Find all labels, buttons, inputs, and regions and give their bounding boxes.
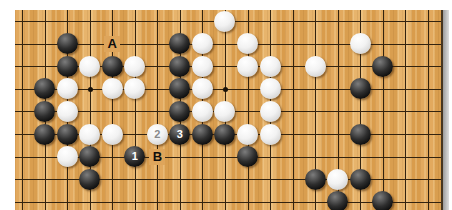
stone-white[interactable] — [350, 33, 371, 54]
stone-black[interactable] — [169, 33, 190, 54]
stone-white[interactable] — [102, 78, 123, 99]
stone-black[interactable] — [57, 56, 78, 77]
stone-black[interactable] — [34, 101, 55, 122]
stone-white[interactable] — [237, 33, 258, 54]
stone-white[interactable] — [79, 124, 100, 145]
star-point-D16 — [88, 87, 93, 92]
stone-white[interactable] — [124, 78, 145, 99]
stone-black[interactable] — [350, 78, 371, 99]
stone-black[interactable] — [327, 191, 348, 210]
stone-white[interactable] — [57, 78, 78, 99]
stone-white-move-2[interactable]: 2 — [147, 124, 168, 145]
stone-white[interactable] — [260, 56, 281, 77]
stone-white[interactable] — [214, 101, 235, 122]
stone-black[interactable] — [102, 56, 123, 77]
stone-white[interactable] — [192, 33, 213, 54]
stone-white[interactable] — [237, 56, 258, 77]
stone-black-move-3[interactable]: 3 — [169, 124, 190, 145]
stone-black[interactable] — [372, 191, 393, 210]
stone-black[interactable] — [350, 169, 371, 190]
stone-black[interactable] — [57, 33, 78, 54]
stone-black[interactable] — [79, 146, 100, 167]
go-board[interactable]: AB231 — [15, 10, 441, 210]
stone-black[interactable] — [169, 56, 190, 77]
stone-black[interactable] — [34, 78, 55, 99]
stone-white[interactable] — [260, 78, 281, 99]
stone-white[interactable] — [305, 56, 326, 77]
stone-white[interactable] — [124, 56, 145, 77]
stone-white[interactable] — [260, 101, 281, 122]
go-diagram-page: AB231 — [0, 0, 452, 210]
grid-line-horizontal — [15, 89, 441, 90]
stone-black[interactable] — [169, 78, 190, 99]
stone-black[interactable] — [79, 169, 100, 190]
stone-white[interactable] — [327, 169, 348, 190]
stone-white[interactable] — [237, 124, 258, 145]
star-point-K16 — [223, 87, 228, 92]
stone-white[interactable] — [192, 78, 213, 99]
stone-black-move-1[interactable]: 1 — [124, 146, 145, 167]
stone-white[interactable] — [57, 101, 78, 122]
stone-white[interactable] — [192, 101, 213, 122]
stone-white[interactable] — [192, 56, 213, 77]
stone-black[interactable] — [34, 124, 55, 145]
stone-black[interactable] — [305, 169, 326, 190]
stone-white[interactable] — [57, 146, 78, 167]
stone-black[interactable] — [372, 56, 393, 77]
stone-black[interactable] — [57, 124, 78, 145]
stone-white[interactable] — [102, 124, 123, 145]
stone-black[interactable] — [214, 124, 235, 145]
stone-black[interactable] — [237, 146, 258, 167]
stone-white[interactable] — [214, 11, 235, 32]
stone-black[interactable] — [169, 101, 190, 122]
point-label-A: A — [104, 36, 120, 52]
stone-white[interactable] — [260, 124, 281, 145]
stone-black[interactable] — [350, 124, 371, 145]
point-label-B: B — [149, 149, 165, 165]
grid-line-horizontal — [15, 44, 441, 45]
stone-white[interactable] — [79, 56, 100, 77]
board-edge-shadow — [443, 10, 449, 210]
stone-black[interactable] — [192, 124, 213, 145]
